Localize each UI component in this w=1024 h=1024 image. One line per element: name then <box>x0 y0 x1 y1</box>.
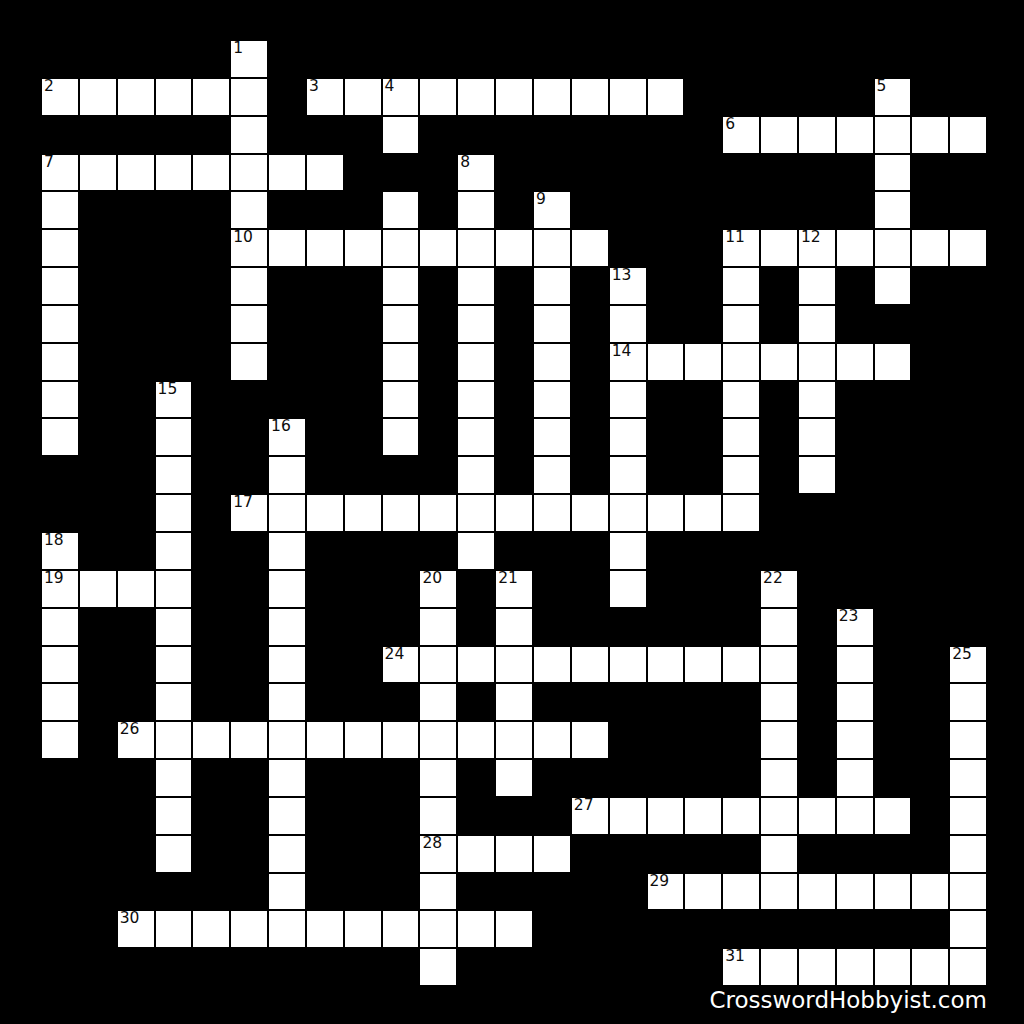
black-cell <box>609 154 647 192</box>
grid-cell[interactable] <box>533 456 571 494</box>
grid-cell[interactable] <box>268 797 306 835</box>
black-cell <box>79 418 117 456</box>
black-cell <box>344 532 382 570</box>
grid-cell[interactable] <box>533 381 571 419</box>
grid-cell[interactable] <box>306 910 344 948</box>
grid-cell[interactable]: 29 <box>647 873 685 911</box>
grid-cell[interactable] <box>609 418 647 456</box>
grid-cell[interactable] <box>457 381 495 419</box>
grid-cell[interactable] <box>533 229 571 267</box>
grid-cell[interactable] <box>155 78 193 116</box>
black-cell <box>949 494 987 532</box>
grid-cell[interactable] <box>760 759 798 797</box>
grid-cell[interactable] <box>760 646 798 684</box>
grid-cell[interactable] <box>419 78 457 116</box>
grid-cell[interactable] <box>798 797 836 835</box>
grid-cell[interactable] <box>533 835 571 873</box>
grid-cell[interactable] <box>419 873 457 911</box>
grid-cell[interactable] <box>722 305 760 343</box>
grid-cell[interactable] <box>949 683 987 721</box>
grid-cell[interactable] <box>609 646 647 684</box>
grid-cell[interactable]: 10 <box>230 229 268 267</box>
grid-cell[interactable] <box>874 116 912 154</box>
grid-cell[interactable] <box>874 267 912 305</box>
grid-cell[interactable] <box>949 797 987 835</box>
black-cell <box>949 154 987 192</box>
grid-cell[interactable] <box>155 683 193 721</box>
grid-cell[interactable] <box>79 570 117 608</box>
grid-cell[interactable] <box>117 154 155 192</box>
grid-cell[interactable] <box>495 646 533 684</box>
grid-cell[interactable] <box>344 78 382 116</box>
grid-cell[interactable] <box>268 873 306 911</box>
grid-cell[interactable] <box>874 948 912 986</box>
grid-cell[interactable] <box>268 229 306 267</box>
grid-cell[interactable] <box>41 229 79 267</box>
grid-cell[interactable] <box>647 797 685 835</box>
grid-cell[interactable] <box>79 78 117 116</box>
grid-cell[interactable] <box>155 570 193 608</box>
black-cell <box>609 40 647 78</box>
grid-cell[interactable] <box>760 608 798 646</box>
grid-cell[interactable] <box>647 343 685 381</box>
black-cell <box>306 873 344 911</box>
grid-cell[interactable] <box>155 910 193 948</box>
grid-cell[interactable] <box>760 835 798 873</box>
grid-cell[interactable] <box>647 646 685 684</box>
grid-cell[interactable] <box>609 570 647 608</box>
grid-cell[interactable] <box>192 910 230 948</box>
grid-cell[interactable] <box>533 721 571 759</box>
grid-cell[interactable]: 7 <box>41 154 79 192</box>
grid-cell[interactable] <box>41 343 79 381</box>
black-cell <box>117 116 155 154</box>
grid-cell[interactable] <box>230 116 268 154</box>
grid-cell[interactable] <box>268 570 306 608</box>
grid-cell[interactable] <box>949 873 987 911</box>
black-cell <box>230 873 268 911</box>
grid-cell[interactable] <box>419 683 457 721</box>
grid-cell[interactable] <box>268 759 306 797</box>
grid-cell[interactable]: 5 <box>874 78 912 116</box>
grid-cell[interactable] <box>41 267 79 305</box>
grid-cell[interactable] <box>419 721 457 759</box>
grid-cell[interactable] <box>382 343 420 381</box>
grid-cell[interactable]: 12 <box>798 229 836 267</box>
grid-cell[interactable] <box>457 78 495 116</box>
black-cell <box>684 305 722 343</box>
grid-cell[interactable] <box>344 494 382 532</box>
footer-branding: CrosswordHobbyist.com <box>709 986 987 1015</box>
black-cell <box>230 381 268 419</box>
grid-cell[interactable] <box>911 873 949 911</box>
grid-cell[interactable] <box>230 305 268 343</box>
black-cell <box>949 418 987 456</box>
grid-cell[interactable] <box>722 873 760 911</box>
grid-cell[interactable] <box>609 494 647 532</box>
black-cell <box>192 267 230 305</box>
grid-cell[interactable] <box>457 646 495 684</box>
grid-cell[interactable]: 31 <box>722 948 760 986</box>
grid-cell[interactable] <box>684 873 722 911</box>
grid-cell[interactable] <box>41 646 79 684</box>
grid-cell[interactable] <box>798 267 836 305</box>
grid-cell[interactable] <box>419 797 457 835</box>
grid-cell[interactable] <box>949 229 987 267</box>
grid-cell[interactable] <box>155 494 193 532</box>
grid-cell[interactable] <box>192 78 230 116</box>
grid-cell[interactable] <box>571 229 609 267</box>
grid-cell[interactable] <box>457 267 495 305</box>
grid-cell[interactable] <box>495 721 533 759</box>
grid-cell[interactable] <box>609 305 647 343</box>
grid-cell[interactable] <box>495 494 533 532</box>
grid-cell[interactable] <box>571 494 609 532</box>
black-cell <box>79 797 117 835</box>
grid-cell[interactable] <box>911 229 949 267</box>
black-cell <box>760 78 798 116</box>
grid-cell[interactable] <box>268 721 306 759</box>
grid-cell[interactable] <box>495 229 533 267</box>
grid-cell[interactable] <box>836 797 874 835</box>
grid-cell[interactable]: 9 <box>533 191 571 229</box>
grid-cell[interactable] <box>533 305 571 343</box>
black-cell <box>79 267 117 305</box>
grid-cell[interactable] <box>911 948 949 986</box>
grid-cell[interactable] <box>41 608 79 646</box>
grid-cell[interactable] <box>495 835 533 873</box>
grid-cell[interactable] <box>382 494 420 532</box>
grid-cell[interactable] <box>457 229 495 267</box>
grid-cell[interactable] <box>647 494 685 532</box>
black-cell <box>911 381 949 419</box>
grid-cell[interactable] <box>268 532 306 570</box>
grid-cell[interactable] <box>533 646 571 684</box>
black-cell <box>117 40 155 78</box>
grid-cell[interactable] <box>911 116 949 154</box>
clue-number: 19 <box>44 570 64 587</box>
grid-cell[interactable] <box>760 797 798 835</box>
grid-cell[interactable] <box>874 229 912 267</box>
grid-cell[interactable]: 15 <box>155 381 193 419</box>
grid-cell[interactable] <box>268 154 306 192</box>
grid-cell[interactable]: 28 <box>419 835 457 873</box>
grid-cell[interactable] <box>382 116 420 154</box>
grid-cell[interactable] <box>760 873 798 911</box>
grid-cell[interactable] <box>306 494 344 532</box>
black-cell <box>306 683 344 721</box>
grid-cell[interactable] <box>41 305 79 343</box>
grid-cell[interactable] <box>495 608 533 646</box>
black-cell <box>571 191 609 229</box>
black-cell <box>419 191 457 229</box>
grid-cell[interactable] <box>155 797 193 835</box>
grid-cell[interactable] <box>722 418 760 456</box>
grid-cell[interactable] <box>722 343 760 381</box>
grid-cell[interactable] <box>268 494 306 532</box>
grid-cell[interactable] <box>306 721 344 759</box>
grid-cell[interactable] <box>457 343 495 381</box>
grid-cell[interactable] <box>117 78 155 116</box>
grid-cell[interactable] <box>798 343 836 381</box>
black-cell <box>306 418 344 456</box>
grid-cell[interactable] <box>874 154 912 192</box>
grid-cell[interactable] <box>836 683 874 721</box>
black-cell <box>836 835 874 873</box>
grid-cell[interactable] <box>495 759 533 797</box>
black-cell <box>495 873 533 911</box>
grid-cell[interactable] <box>495 910 533 948</box>
grid-cell[interactable] <box>609 797 647 835</box>
grid-cell[interactable] <box>874 797 912 835</box>
grid-cell[interactable]: 4 <box>382 78 420 116</box>
grid-cell[interactable] <box>419 759 457 797</box>
grid-cell[interactable] <box>874 873 912 911</box>
grid-cell[interactable] <box>647 78 685 116</box>
grid-cell[interactable] <box>722 267 760 305</box>
grid-cell[interactable] <box>836 948 874 986</box>
grid-cell[interactable] <box>760 116 798 154</box>
grid-cell[interactable]: 24 <box>382 646 420 684</box>
grid-cell[interactable]: 30 <box>117 910 155 948</box>
grid-cell[interactable] <box>419 948 457 986</box>
grid-cell[interactable]: 13 <box>609 267 647 305</box>
grid-cell[interactable]: 8 <box>457 154 495 192</box>
grid-cell[interactable] <box>192 154 230 192</box>
grid-cell[interactable] <box>874 343 912 381</box>
grid-cell[interactable] <box>457 532 495 570</box>
grid-cell[interactable] <box>382 721 420 759</box>
grid-cell[interactable] <box>609 532 647 570</box>
grid-cell[interactable] <box>230 343 268 381</box>
grid-cell[interactable] <box>949 721 987 759</box>
grid-cell[interactable] <box>533 267 571 305</box>
black-cell <box>722 835 760 873</box>
grid-cell[interactable] <box>533 343 571 381</box>
grid-cell[interactable] <box>155 835 193 873</box>
black-cell <box>192 191 230 229</box>
grid-cell[interactable]: 14 <box>609 343 647 381</box>
grid-cell[interactable] <box>609 381 647 419</box>
grid-cell[interactable] <box>949 948 987 986</box>
grid-cell[interactable] <box>684 646 722 684</box>
grid-cell[interactable] <box>41 721 79 759</box>
grid-cell[interactable] <box>155 418 193 456</box>
grid-cell[interactable]: 18 <box>41 532 79 570</box>
grid-cell[interactable]: 3 <box>306 78 344 116</box>
grid-cell[interactable] <box>609 456 647 494</box>
grid-cell[interactable] <box>495 683 533 721</box>
grid-cell[interactable] <box>155 532 193 570</box>
grid-cell[interactable] <box>344 910 382 948</box>
grid-cell[interactable] <box>495 78 533 116</box>
grid-cell[interactable] <box>382 418 420 456</box>
black-cell <box>874 835 912 873</box>
grid-cell[interactable] <box>798 456 836 494</box>
grid-cell[interactable] <box>268 646 306 684</box>
grid-cell[interactable] <box>268 835 306 873</box>
grid-cell[interactable] <box>41 683 79 721</box>
black-cell <box>722 532 760 570</box>
grid-cell[interactable] <box>798 305 836 343</box>
grid-cell[interactable] <box>760 683 798 721</box>
grid-cell[interactable] <box>457 721 495 759</box>
grid-cell[interactable] <box>306 154 344 192</box>
grid-cell[interactable] <box>760 229 798 267</box>
grid-cell[interactable] <box>230 78 268 116</box>
black-cell <box>419 418 457 456</box>
grid-cell[interactable] <box>230 721 268 759</box>
grid-cell[interactable] <box>798 116 836 154</box>
grid-cell[interactable]: 27 <box>571 797 609 835</box>
black-cell <box>344 40 382 78</box>
grid-cell[interactable] <box>382 191 420 229</box>
grid-cell[interactable] <box>382 910 420 948</box>
grid-cell[interactable]: 6 <box>722 116 760 154</box>
grid-cell[interactable] <box>41 191 79 229</box>
grid-cell[interactable] <box>836 229 874 267</box>
black-cell <box>911 40 949 78</box>
grid-cell[interactable]: 26 <box>117 721 155 759</box>
grid-cell[interactable] <box>533 78 571 116</box>
grid-cell[interactable] <box>419 608 457 646</box>
black-cell <box>571 948 609 986</box>
grid-cell[interactable] <box>268 456 306 494</box>
black-cell <box>684 835 722 873</box>
black-cell <box>192 608 230 646</box>
grid-cell[interactable] <box>457 494 495 532</box>
grid-cell[interactable] <box>836 116 874 154</box>
grid-cell[interactable] <box>344 721 382 759</box>
grid-cell[interactable] <box>382 305 420 343</box>
grid-cell[interactable]: 16 <box>268 418 306 456</box>
grid-cell[interactable] <box>382 267 420 305</box>
grid-cell[interactable]: 1 <box>230 40 268 78</box>
grid-cell[interactable] <box>268 608 306 646</box>
grid-cell[interactable] <box>571 646 609 684</box>
grid-cell[interactable]: 21 <box>495 570 533 608</box>
grid-cell[interactable] <box>192 721 230 759</box>
grid-cell[interactable] <box>722 797 760 835</box>
grid-cell[interactable] <box>836 759 874 797</box>
grid-cell[interactable] <box>836 343 874 381</box>
grid-cell[interactable] <box>419 494 457 532</box>
clue-number: 6 <box>725 116 735 133</box>
grid-cell[interactable] <box>760 343 798 381</box>
grid-cell[interactable] <box>230 154 268 192</box>
grid-cell[interactable]: 19 <box>41 570 79 608</box>
grid-cell[interactable] <box>457 456 495 494</box>
grid-cell[interactable] <box>949 116 987 154</box>
grid-cell[interactable] <box>457 835 495 873</box>
grid-cell[interactable] <box>230 191 268 229</box>
black-cell <box>647 835 685 873</box>
grid-cell[interactable] <box>684 494 722 532</box>
grid-cell[interactable] <box>155 456 193 494</box>
grid-cell[interactable] <box>684 343 722 381</box>
grid-cell[interactable] <box>230 267 268 305</box>
grid-cell[interactable] <box>419 646 457 684</box>
grid-cell[interactable] <box>836 873 874 911</box>
grid-cell[interactable] <box>155 759 193 797</box>
black-cell <box>79 759 117 797</box>
black-cell <box>117 305 155 343</box>
grid-cell[interactable] <box>609 78 647 116</box>
grid-cell[interactable]: 17 <box>230 494 268 532</box>
grid-cell[interactable] <box>155 646 193 684</box>
grid-cell[interactable] <box>571 721 609 759</box>
grid-cell[interactable] <box>949 759 987 797</box>
grid-cell[interactable] <box>41 381 79 419</box>
black-cell <box>192 418 230 456</box>
black-cell <box>836 494 874 532</box>
grid-cell[interactable] <box>798 948 836 986</box>
grid-cell[interactable] <box>836 721 874 759</box>
grid-cell[interactable] <box>344 229 382 267</box>
grid-cell[interactable] <box>722 381 760 419</box>
grid-cell[interactable] <box>155 154 193 192</box>
grid-cell[interactable] <box>457 910 495 948</box>
grid-cell[interactable]: 23 <box>836 608 874 646</box>
grid-cell[interactable]: 20 <box>419 570 457 608</box>
grid-cell[interactable] <box>457 305 495 343</box>
grid-cell[interactable] <box>722 646 760 684</box>
grid-cell[interactable] <box>230 910 268 948</box>
grid-cell[interactable] <box>798 418 836 456</box>
grid-cell[interactable] <box>760 721 798 759</box>
grid-cell[interactable] <box>268 683 306 721</box>
grid-cell[interactable] <box>382 229 420 267</box>
grid-cell[interactable] <box>760 948 798 986</box>
grid-cell[interactable]: 11 <box>722 229 760 267</box>
grid-cell[interactable] <box>79 154 117 192</box>
black-cell <box>268 40 306 78</box>
grid-cell[interactable] <box>419 910 457 948</box>
grid-cell[interactable] <box>722 494 760 532</box>
grid-cell[interactable]: 22 <box>760 570 798 608</box>
grid-cell[interactable] <box>419 229 457 267</box>
grid-cell[interactable] <box>949 835 987 873</box>
grid-cell[interactable] <box>155 608 193 646</box>
grid-cell[interactable]: 2 <box>41 78 79 116</box>
grid-cell[interactable] <box>722 456 760 494</box>
grid-cell[interactable] <box>798 873 836 911</box>
grid-cell[interactable] <box>117 570 155 608</box>
grid-cell[interactable] <box>382 381 420 419</box>
grid-cell[interactable] <box>571 78 609 116</box>
black-cell <box>495 116 533 154</box>
grid-cell[interactable] <box>457 418 495 456</box>
grid-cell[interactable] <box>155 721 193 759</box>
grid-cell[interactable] <box>533 494 571 532</box>
black-cell <box>949 456 987 494</box>
grid-cell[interactable]: 25 <box>949 646 987 684</box>
grid-cell[interactable] <box>798 381 836 419</box>
grid-cell[interactable] <box>268 910 306 948</box>
grid-cell[interactable] <box>533 418 571 456</box>
grid-cell[interactable] <box>684 797 722 835</box>
black-cell <box>41 910 79 948</box>
grid-cell[interactable] <box>874 191 912 229</box>
grid-cell[interactable] <box>836 646 874 684</box>
grid-cell[interactable] <box>457 191 495 229</box>
black-cell <box>647 456 685 494</box>
grid-cell[interactable] <box>41 418 79 456</box>
black-cell <box>760 494 798 532</box>
grid-cell[interactable] <box>949 910 987 948</box>
grid-cell[interactable] <box>306 229 344 267</box>
black-cell <box>949 191 987 229</box>
